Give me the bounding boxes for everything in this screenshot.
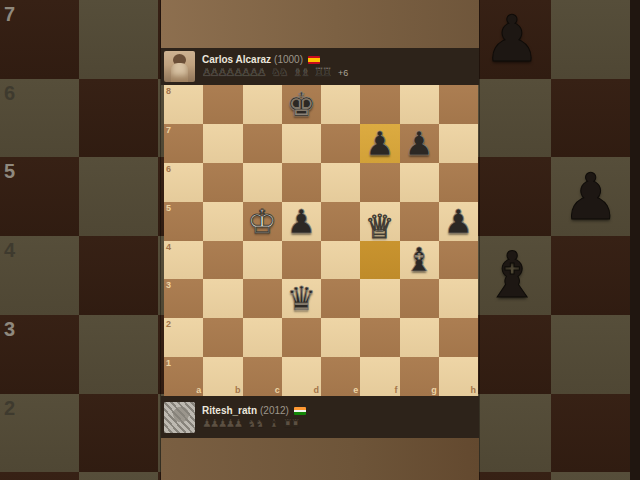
square-d1[interactable]: d xyxy=(282,357,321,396)
rank-label-1: 1 xyxy=(166,358,171,368)
rank-label-6: 6 xyxy=(166,164,171,174)
blurred-backdrop-top xyxy=(161,0,479,48)
background-square-b5 xyxy=(79,157,158,236)
square-e8[interactable] xyxy=(321,85,360,124)
bottom-player-bar: Ritesh_ratn (2012) ♟♟♟♟♟♞♞♝♜♜ xyxy=(161,396,479,438)
rank-label-5: 5 xyxy=(166,203,171,213)
square-e6[interactable] xyxy=(321,163,360,202)
square-d5[interactable]: ♟ xyxy=(282,202,321,241)
black-pawn-g7[interactable]: ♟ xyxy=(400,124,439,163)
player-rating: (2012) xyxy=(260,405,289,417)
screenshot-stage: 7♟65♟4♝32 Carlos Alcaraz (1000) ♙♙♙♙♙♙♙♙… xyxy=(0,0,640,480)
background-square-a4: 4 xyxy=(0,236,79,315)
background-square-b6 xyxy=(79,79,158,158)
background-square-a1 xyxy=(0,472,79,480)
background-black-pawn-h5: ♟ xyxy=(551,157,630,236)
background-square-b3 xyxy=(79,315,158,394)
video-strip: Carlos Alcaraz (1000) ♙♙♙♙♙♙♙♙♘♘♗♗♖♖+6 8… xyxy=(160,0,480,480)
background-rank-label-3: 3 xyxy=(4,318,15,341)
captured-group-2: ♝ xyxy=(269,418,277,430)
blurred-backdrop-bottom xyxy=(161,438,479,480)
file-label-a: a xyxy=(196,385,201,395)
square-b5[interactable] xyxy=(203,202,242,241)
background-square-g7: ♟ xyxy=(473,0,552,79)
square-c5[interactable]: ♔ xyxy=(243,202,282,241)
square-f7[interactable]: ♟ xyxy=(360,124,399,163)
background-square-g3 xyxy=(473,315,552,394)
square-c3[interactable] xyxy=(243,279,282,318)
file-label-d: d xyxy=(314,385,320,395)
square-f8[interactable] xyxy=(360,85,399,124)
background-square-h7 xyxy=(551,0,630,79)
background-square-g5 xyxy=(473,157,552,236)
file-label-c: c xyxy=(275,385,280,395)
rank-label-7: 7 xyxy=(166,125,171,135)
background-square-h5: ♟ xyxy=(551,157,630,236)
background-black-bishop-g4: ♝ xyxy=(473,236,552,315)
background-square-h6 xyxy=(551,79,630,158)
black-bishop-g4[interactable]: ♝ xyxy=(400,241,439,280)
black-queen-d3[interactable]: ♛ xyxy=(282,279,321,318)
avatar[interactable] xyxy=(164,402,195,433)
square-c4[interactable] xyxy=(243,241,282,280)
background-square-a5: 5 xyxy=(0,157,79,236)
white-king-c5[interactable]: ♔ xyxy=(243,202,282,241)
captured-group-2: ♗♗ xyxy=(293,67,309,79)
material-advantage: +6 xyxy=(338,67,348,79)
square-h1[interactable]: h xyxy=(439,357,478,396)
background-square-g6 xyxy=(473,79,552,158)
captured-group-0: ♟♟♟♟♟ xyxy=(202,418,241,430)
rank-label-2: 2 xyxy=(166,319,171,329)
captured-pieces-tray: ♟♟♟♟♟♞♞♝♜♜ xyxy=(202,418,306,430)
square-c7[interactable] xyxy=(243,124,282,163)
background-square-g1 xyxy=(473,472,552,480)
square-b2[interactable] xyxy=(203,318,242,357)
player-name[interactable]: Carlos Alcaraz xyxy=(202,54,271,66)
top-player-bar: Carlos Alcaraz (1000) ♙♙♙♙♙♙♙♙♘♘♗♗♖♖+6 xyxy=(161,48,479,85)
square-e2[interactable] xyxy=(321,318,360,357)
background-square-h3 xyxy=(551,315,630,394)
square-h2[interactable] xyxy=(439,318,478,357)
square-h4[interactable] xyxy=(439,241,478,280)
square-f4[interactable] xyxy=(360,241,399,280)
rank-label-4: 4 xyxy=(166,242,171,252)
captured-group-1: ♘♘ xyxy=(271,67,287,79)
black-king-d8[interactable]: ♚ xyxy=(282,85,321,124)
square-h8[interactable] xyxy=(439,85,478,124)
black-pawn-f7[interactable]: ♟ xyxy=(360,124,399,163)
background-square-g4: ♝ xyxy=(473,236,552,315)
background-square-g2 xyxy=(473,394,552,473)
square-g1[interactable]: g xyxy=(400,357,439,396)
file-label-b: b xyxy=(235,385,241,395)
square-a1[interactable]: 1a xyxy=(164,357,203,396)
chess-board[interactable]: 8♚7♟♟65♔♟♕♟4♝3♛21abcdefgh xyxy=(164,85,478,396)
background-square-h2 xyxy=(551,394,630,473)
background-square-h4 xyxy=(551,236,630,315)
square-g7[interactable]: ♟ xyxy=(400,124,439,163)
background-rank-label-6: 6 xyxy=(4,82,15,105)
square-g4[interactable]: ♝ xyxy=(400,241,439,280)
square-e7[interactable] xyxy=(321,124,360,163)
square-a7[interactable]: 7 xyxy=(164,124,203,163)
square-c2[interactable] xyxy=(243,318,282,357)
square-g3[interactable] xyxy=(400,279,439,318)
background-square-b1 xyxy=(79,472,158,480)
square-g2[interactable] xyxy=(400,318,439,357)
square-b1[interactable]: b xyxy=(203,357,242,396)
file-label-e: e xyxy=(353,385,358,395)
avatar[interactable] xyxy=(164,51,195,82)
file-label-f: f xyxy=(395,385,398,395)
player-rating: (1000) xyxy=(274,54,303,66)
square-b3[interactable] xyxy=(203,279,242,318)
square-d7[interactable] xyxy=(282,124,321,163)
square-g5[interactable] xyxy=(400,202,439,241)
square-h7[interactable] xyxy=(439,124,478,163)
background-rank-label-2: 2 xyxy=(4,397,15,420)
square-e4[interactable] xyxy=(321,241,360,280)
square-c1[interactable]: c xyxy=(243,357,282,396)
square-c8[interactable] xyxy=(243,85,282,124)
square-a5[interactable]: 5 xyxy=(164,202,203,241)
background-square-a6: 6 xyxy=(0,79,79,158)
file-label-h: h xyxy=(471,385,477,395)
square-g8[interactable] xyxy=(400,85,439,124)
square-f2[interactable] xyxy=(360,318,399,357)
square-e3[interactable] xyxy=(321,279,360,318)
player-name[interactable]: Ritesh_ratn xyxy=(202,405,257,417)
india-flag-icon xyxy=(294,407,306,415)
captured-pieces-tray: ♙♙♙♙♙♙♙♙♘♘♗♗♖♖+6 xyxy=(202,67,348,79)
square-c6[interactable] xyxy=(243,163,282,202)
square-f5[interactable]: ♕ xyxy=(360,202,399,241)
square-g6[interactable] xyxy=(400,163,439,202)
rank-label-8: 8 xyxy=(166,86,171,96)
black-pawn-h5[interactable]: ♟ xyxy=(439,202,478,241)
spain-flag-icon xyxy=(308,56,320,64)
captured-group-0: ♙♙♙♙♙♙♙♙ xyxy=(202,67,265,79)
square-b4[interactable] xyxy=(203,241,242,280)
square-e1[interactable]: e xyxy=(321,357,360,396)
square-a8[interactable]: 8 xyxy=(164,85,203,124)
square-a4[interactable]: 4 xyxy=(164,241,203,280)
background-square-a3: 3 xyxy=(0,315,79,394)
background-square-a2: 2 xyxy=(0,394,79,473)
background-rank-label-4: 4 xyxy=(4,239,15,262)
background-square-a7: 7 xyxy=(0,0,79,79)
square-h6[interactable] xyxy=(439,163,478,202)
background-rank-label-5: 5 xyxy=(4,160,15,183)
square-d6[interactable] xyxy=(282,163,321,202)
square-a3[interactable]: 3 xyxy=(164,279,203,318)
square-b8[interactable] xyxy=(203,85,242,124)
captured-group-1: ♞♞ xyxy=(247,418,263,430)
square-h5[interactable]: ♟ xyxy=(439,202,478,241)
background-square-b4 xyxy=(79,236,158,315)
captured-group-3: ♖♖ xyxy=(314,67,330,79)
square-d4[interactable] xyxy=(282,241,321,280)
square-f6[interactable] xyxy=(360,163,399,202)
square-b7[interactable] xyxy=(203,124,242,163)
background-rank-label-7: 7 xyxy=(4,3,15,26)
background-black-pawn-g7: ♟ xyxy=(473,0,552,79)
background-square-b7 xyxy=(79,0,158,79)
square-a6[interactable]: 6 xyxy=(164,163,203,202)
square-a2[interactable]: 2 xyxy=(164,318,203,357)
background-square-b2 xyxy=(79,394,158,473)
square-h3[interactable] xyxy=(439,279,478,318)
square-e5[interactable] xyxy=(321,202,360,241)
square-f1[interactable]: f xyxy=(360,357,399,396)
black-pawn-d5[interactable]: ♟ xyxy=(282,202,321,241)
square-d2[interactable] xyxy=(282,318,321,357)
square-d8[interactable]: ♚ xyxy=(282,85,321,124)
square-b6[interactable] xyxy=(203,163,242,202)
file-label-g: g xyxy=(431,385,437,395)
square-d3[interactable]: ♛ xyxy=(282,279,321,318)
background-square-h1 xyxy=(551,472,630,480)
rank-label-3: 3 xyxy=(166,280,171,290)
captured-group-3: ♜♜ xyxy=(283,418,299,430)
square-f3[interactable] xyxy=(360,279,399,318)
